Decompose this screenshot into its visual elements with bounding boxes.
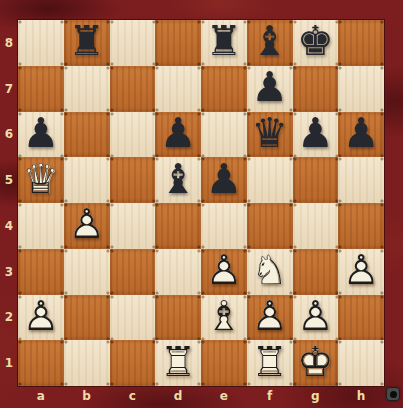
white-rook-outline: ♖ — [155, 339, 201, 385]
square-e4[interactable] — [201, 203, 247, 249]
square-d5[interactable]: ♝ — [155, 157, 201, 203]
rank-label-3: 3 — [0, 249, 18, 295]
file-coordinates: abcdefgh — [18, 386, 384, 408]
black-queen: ♛ — [247, 112, 293, 158]
square-a8[interactable] — [18, 20, 64, 66]
rank-coordinates: 87654321 — [0, 20, 18, 386]
square-b6[interactable] — [64, 112, 110, 158]
white-pawn: ♟♙ — [201, 249, 247, 295]
square-a1[interactable] — [18, 340, 64, 386]
rank-label-1: 1 — [0, 340, 18, 386]
white-rook: ♜♖ — [247, 340, 293, 386]
square-e8[interactable]: ♜ — [201, 20, 247, 66]
square-g7[interactable] — [293, 66, 339, 112]
square-f4[interactable] — [247, 203, 293, 249]
black-bishop: ♝ — [247, 20, 293, 66]
rank-label-7: 7 — [0, 66, 18, 112]
black-rook: ♜ — [201, 20, 247, 66]
square-d7[interactable] — [155, 66, 201, 112]
square-f8[interactable]: ♝ — [247, 20, 293, 66]
square-h7[interactable] — [338, 66, 384, 112]
square-f7[interactable]: ♟ — [247, 66, 293, 112]
white-king: ♚♔ — [293, 340, 339, 386]
square-b3[interactable] — [64, 249, 110, 295]
black-pawn: ♟ — [18, 112, 64, 158]
square-g8[interactable]: ♚ — [293, 20, 339, 66]
black-to-move-indicator — [386, 387, 400, 401]
black-pawn-glyph: ♟ — [293, 111, 339, 157]
square-e5[interactable]: ♟ — [201, 157, 247, 203]
square-d2[interactable] — [155, 295, 201, 341]
square-c8[interactable] — [110, 20, 156, 66]
white-knight-outline: ♘ — [247, 248, 293, 294]
file-label-g: g — [293, 386, 339, 408]
square-h3[interactable]: ♟♙ — [338, 249, 384, 295]
black-rook-glyph: ♜ — [64, 19, 110, 65]
white-pawn: ♟♙ — [247, 295, 293, 341]
black-king-glyph: ♚ — [293, 19, 339, 65]
white-bishop: ♝♗ — [201, 295, 247, 341]
file-label-b: b — [64, 386, 110, 408]
square-a5[interactable]: ♛♕ — [18, 157, 64, 203]
white-rook-outline: ♖ — [247, 339, 293, 385]
square-c4[interactable] — [110, 203, 156, 249]
black-king: ♚ — [293, 20, 339, 66]
black-queen-glyph: ♛ — [247, 111, 293, 157]
file-label-c: c — [110, 386, 156, 408]
rank-label-4: 4 — [0, 203, 18, 249]
square-b5[interactable] — [64, 157, 110, 203]
black-pawn: ♟ — [293, 112, 339, 158]
square-e2[interactable]: ♝♗ — [201, 295, 247, 341]
white-pawn-outline: ♙ — [64, 202, 110, 248]
square-c2[interactable] — [110, 295, 156, 341]
white-pawn-outline: ♙ — [293, 294, 339, 340]
square-e1[interactable] — [201, 340, 247, 386]
white-pawn: ♟♙ — [338, 249, 384, 295]
square-f2[interactable]: ♟♙ — [247, 295, 293, 341]
square-g6[interactable]: ♟ — [293, 112, 339, 158]
square-c6[interactable] — [110, 112, 156, 158]
black-dot-icon — [390, 391, 397, 398]
square-b8[interactable]: ♜ — [64, 20, 110, 66]
white-queen-outline: ♕ — [18, 156, 64, 202]
rank-label-5: 5 — [0, 157, 18, 203]
square-e3[interactable]: ♟♙ — [201, 249, 247, 295]
square-a6[interactable]: ♟ — [18, 112, 64, 158]
white-pawn-outline: ♙ — [201, 248, 247, 294]
white-king-outline: ♔ — [293, 339, 339, 385]
chess-board: ♜♜♝♚♟♟♟♛♟♟♛♕♝♟♟♙♟♙♞♘♟♙♟♙♝♗♟♙♟♙♜♖♜♖♚♔ — [18, 20, 384, 386]
square-h1[interactable] — [338, 340, 384, 386]
square-e6[interactable] — [201, 112, 247, 158]
black-pawn: ♟ — [155, 112, 201, 158]
square-d1[interactable]: ♜♖ — [155, 340, 201, 386]
black-rook-glyph: ♜ — [201, 19, 247, 65]
white-pawn-outline: ♙ — [247, 294, 293, 340]
square-b7[interactable] — [64, 66, 110, 112]
square-g3[interactable] — [293, 249, 339, 295]
square-c1[interactable] — [110, 340, 156, 386]
square-f3[interactable]: ♞♘ — [247, 249, 293, 295]
white-pawn: ♟♙ — [293, 295, 339, 341]
square-g4[interactable] — [293, 203, 339, 249]
square-f1[interactable]: ♜♖ — [247, 340, 293, 386]
white-pawn: ♟♙ — [18, 295, 64, 341]
black-pawn: ♟ — [201, 157, 247, 203]
square-a7[interactable] — [18, 66, 64, 112]
square-g5[interactable] — [293, 157, 339, 203]
black-pawn-glyph: ♟ — [247, 65, 293, 111]
black-pawn-glyph: ♟ — [201, 156, 247, 202]
square-a3[interactable] — [18, 249, 64, 295]
square-e7[interactable] — [201, 66, 247, 112]
white-pawn: ♟♙ — [64, 203, 110, 249]
square-c3[interactable] — [110, 249, 156, 295]
square-b2[interactable] — [64, 295, 110, 341]
chessboard-frame: ♜♜♝♚♟♟♟♛♟♟♛♕♝♟♟♙♟♙♞♘♟♙♟♙♝♗♟♙♟♙♜♖♜♖♚♔ 876… — [0, 0, 403, 408]
square-c5[interactable] — [110, 157, 156, 203]
square-d6[interactable]: ♟ — [155, 112, 201, 158]
black-bishop: ♝ — [155, 157, 201, 203]
white-pawn-outline: ♙ — [18, 294, 64, 340]
file-label-f: f — [247, 386, 293, 408]
white-queen: ♛♕ — [18, 157, 64, 203]
white-pawn-outline: ♙ — [338, 248, 384, 294]
square-b4[interactable]: ♟♙ — [64, 203, 110, 249]
black-bishop-glyph: ♝ — [155, 156, 201, 202]
square-g2[interactable]: ♟♙ — [293, 295, 339, 341]
square-d8[interactable] — [155, 20, 201, 66]
file-label-d: d — [155, 386, 201, 408]
black-pawn-glyph: ♟ — [18, 111, 64, 157]
file-label-h: h — [338, 386, 384, 408]
white-rook: ♜♖ — [155, 340, 201, 386]
square-d3[interactable] — [155, 249, 201, 295]
black-pawn: ♟ — [338, 112, 384, 158]
black-pawn-glyph: ♟ — [338, 111, 384, 157]
white-knight: ♞♘ — [247, 249, 293, 295]
square-h4[interactable] — [338, 203, 384, 249]
black-pawn: ♟ — [247, 66, 293, 112]
white-bishop-outline: ♗ — [201, 294, 247, 340]
file-label-e: e — [201, 386, 247, 408]
square-h8[interactable] — [338, 20, 384, 66]
square-f5[interactable] — [247, 157, 293, 203]
square-c7[interactable] — [110, 66, 156, 112]
square-b1[interactable] — [64, 340, 110, 386]
square-h5[interactable] — [338, 157, 384, 203]
rank-label-6: 6 — [0, 112, 18, 158]
black-rook: ♜ — [64, 20, 110, 66]
square-a4[interactable] — [18, 203, 64, 249]
square-f6[interactable]: ♛ — [247, 112, 293, 158]
square-h6[interactable]: ♟ — [338, 112, 384, 158]
rank-label-2: 2 — [0, 295, 18, 341]
square-h2[interactable] — [338, 295, 384, 341]
black-pawn-glyph: ♟ — [155, 111, 201, 157]
rank-label-8: 8 — [0, 20, 18, 66]
square-g1[interactable]: ♚♔ — [293, 340, 339, 386]
square-d4[interactable] — [155, 203, 201, 249]
file-label-a: a — [18, 386, 64, 408]
black-bishop-glyph: ♝ — [247, 19, 293, 65]
square-a2[interactable]: ♟♙ — [18, 295, 64, 341]
